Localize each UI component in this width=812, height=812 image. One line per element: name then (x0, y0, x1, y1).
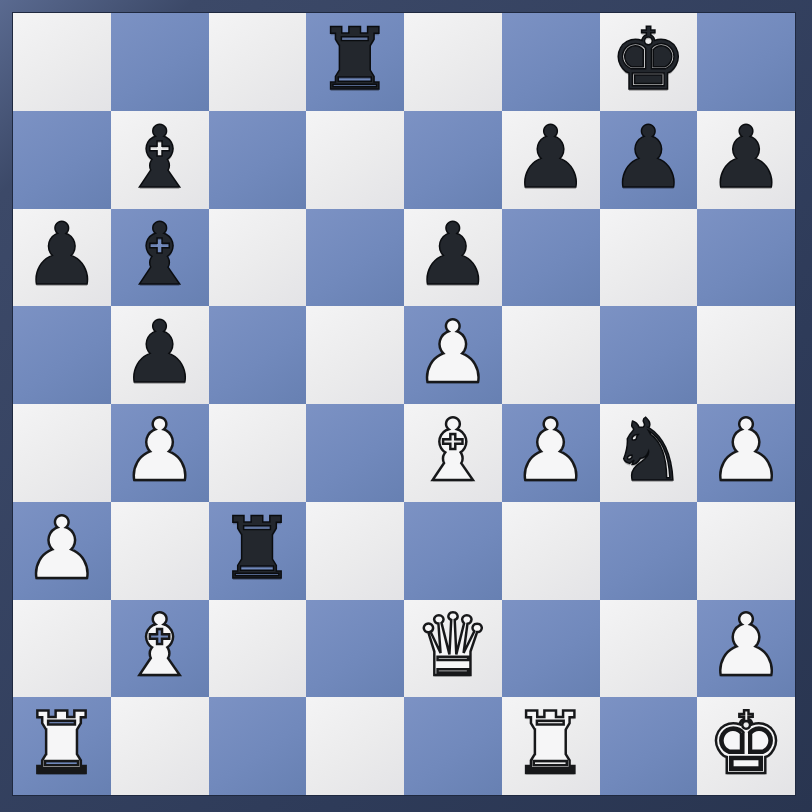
piece-white-pawn-h4[interactable]: ♟ (708, 407, 785, 493)
square-f5[interactable] (502, 306, 600, 404)
piece-black-bishop-b7[interactable]: ♝ (121, 114, 198, 200)
square-d2[interactable] (306, 600, 404, 698)
piece-black-bishop-b6[interactable]: ♝ (121, 211, 198, 297)
square-c7[interactable] (209, 111, 307, 209)
square-a5[interactable] (13, 306, 111, 404)
piece-black-pawn-f7[interactable]: ♟ (512, 114, 589, 200)
piece-white-pawn-h2[interactable]: ♟ (708, 602, 785, 688)
square-d7[interactable] (306, 111, 404, 209)
square-d8[interactable]: ♜ (306, 13, 404, 111)
square-h5[interactable] (697, 306, 795, 404)
square-d1[interactable] (306, 697, 404, 795)
square-a1[interactable]: ♜ (13, 697, 111, 795)
piece-white-rook-a1[interactable]: ♜ (23, 700, 100, 786)
square-f4[interactable]: ♟ (502, 404, 600, 502)
square-g2[interactable] (600, 600, 698, 698)
square-f3[interactable] (502, 502, 600, 600)
square-f6[interactable] (502, 209, 600, 307)
square-c1[interactable] (209, 697, 307, 795)
square-g3[interactable] (600, 502, 698, 600)
square-e2[interactable]: ♛ (404, 600, 502, 698)
square-b8[interactable] (111, 13, 209, 111)
square-g8[interactable]: ♚ (600, 13, 698, 111)
square-h2[interactable]: ♟ (697, 600, 795, 698)
square-c5[interactable] (209, 306, 307, 404)
square-g4[interactable]: ♞ (600, 404, 698, 502)
square-d6[interactable] (306, 209, 404, 307)
square-d5[interactable] (306, 306, 404, 404)
square-c2[interactable] (209, 600, 307, 698)
piece-black-pawn-g7[interactable]: ♟ (610, 114, 687, 200)
square-c3[interactable]: ♜ (209, 502, 307, 600)
board-frame: ♜♚♝♟♟♟♟♝♟♟♟♟♝♟♞♟♟♜♝♛♟♜♜♚ (0, 0, 812, 812)
piece-white-bishop-b2[interactable]: ♝ (121, 602, 198, 688)
piece-white-pawn-f4[interactable]: ♟ (512, 407, 589, 493)
square-h6[interactable] (697, 209, 795, 307)
piece-black-king-g8[interactable]: ♚ (610, 16, 687, 102)
square-d4[interactable] (306, 404, 404, 502)
square-h8[interactable] (697, 13, 795, 111)
square-b5[interactable]: ♟ (111, 306, 209, 404)
piece-white-pawn-e5[interactable]: ♟ (414, 309, 491, 395)
square-b6[interactable]: ♝ (111, 209, 209, 307)
square-a2[interactable] (13, 600, 111, 698)
square-e8[interactable] (404, 13, 502, 111)
square-b7[interactable]: ♝ (111, 111, 209, 209)
piece-white-king-h1[interactable]: ♚ (708, 700, 785, 786)
piece-black-pawn-h7[interactable]: ♟ (708, 114, 785, 200)
square-g1[interactable] (600, 697, 698, 795)
square-e7[interactable] (404, 111, 502, 209)
square-f7[interactable]: ♟ (502, 111, 600, 209)
piece-white-queen-e2[interactable]: ♛ (414, 602, 491, 688)
piece-white-pawn-a3[interactable]: ♟ (23, 505, 100, 591)
square-g6[interactable] (600, 209, 698, 307)
piece-black-pawn-a6[interactable]: ♟ (23, 211, 100, 297)
square-b4[interactable]: ♟ (111, 404, 209, 502)
square-a4[interactable] (13, 404, 111, 502)
square-e6[interactable]: ♟ (404, 209, 502, 307)
square-f2[interactable] (502, 600, 600, 698)
square-d3[interactable] (306, 502, 404, 600)
square-g7[interactable]: ♟ (600, 111, 698, 209)
square-h1[interactable]: ♚ (697, 697, 795, 795)
square-b2[interactable]: ♝ (111, 600, 209, 698)
piece-white-bishop-e4[interactable]: ♝ (414, 407, 491, 493)
piece-black-pawn-e6[interactable]: ♟ (414, 211, 491, 297)
square-f8[interactable] (502, 13, 600, 111)
piece-black-knight-g4[interactable]: ♞ (610, 407, 687, 493)
square-c4[interactable] (209, 404, 307, 502)
square-h7[interactable]: ♟ (697, 111, 795, 209)
square-e1[interactable] (404, 697, 502, 795)
piece-white-pawn-b4[interactable]: ♟ (121, 407, 198, 493)
square-e5[interactable]: ♟ (404, 306, 502, 404)
square-g5[interactable] (600, 306, 698, 404)
square-a3[interactable]: ♟ (13, 502, 111, 600)
square-h4[interactable]: ♟ (697, 404, 795, 502)
square-a7[interactable] (13, 111, 111, 209)
chess-board: ♜♚♝♟♟♟♟♝♟♟♟♟♝♟♞♟♟♜♝♛♟♜♜♚ (13, 13, 795, 795)
piece-black-rook-d8[interactable]: ♜ (317, 16, 394, 102)
square-a8[interactable] (13, 13, 111, 111)
square-e3[interactable] (404, 502, 502, 600)
square-b1[interactable] (111, 697, 209, 795)
square-f1[interactable]: ♜ (502, 697, 600, 795)
square-b3[interactable] (111, 502, 209, 600)
square-c8[interactable] (209, 13, 307, 111)
piece-white-rook-f1[interactable]: ♜ (512, 700, 589, 786)
piece-black-pawn-b5[interactable]: ♟ (121, 309, 198, 395)
piece-black-rook-c3[interactable]: ♜ (219, 505, 296, 591)
square-a6[interactable]: ♟ (13, 209, 111, 307)
square-e4[interactable]: ♝ (404, 404, 502, 502)
square-h3[interactable] (697, 502, 795, 600)
square-c6[interactable] (209, 209, 307, 307)
